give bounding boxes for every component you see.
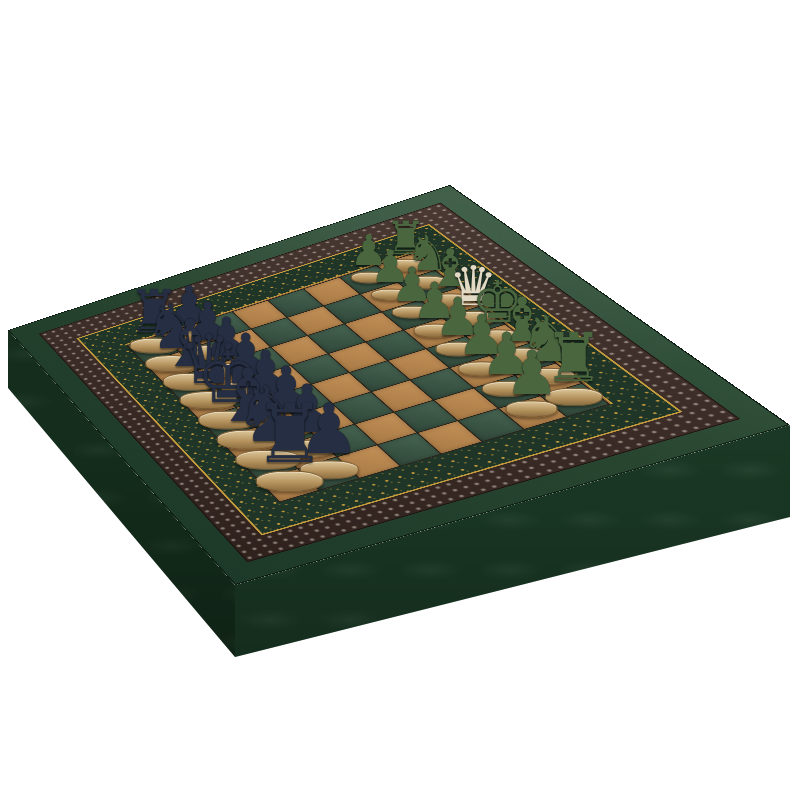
chess-set-photo: ♜♞♝♛♚♝♞♜♟♟♟♟♟♟♟♟♟♟♟♟♟♟♟♟♜♞♝♛♚♝♞♜ <box>0 0 800 800</box>
